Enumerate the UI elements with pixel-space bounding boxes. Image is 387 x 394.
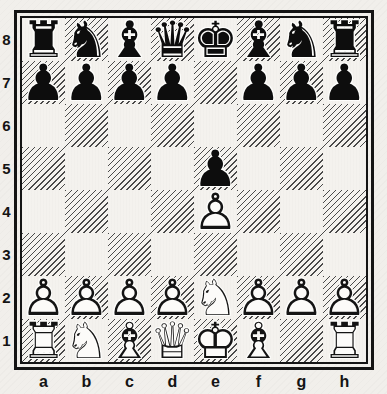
chess-board: ♜♞♝♛♚♝♞♜♟♟♟♟♟♟♟♟♟♙♟♙♟♙♟♙♟♙♞♘♟♙♟♙♟♙♜♖♞♘♝♗… bbox=[20, 16, 368, 364]
square-h1: ♜♖ bbox=[323, 319, 366, 362]
file-label-e: e bbox=[194, 371, 237, 393]
square-c4 bbox=[108, 190, 151, 233]
square-e8: ♚ bbox=[194, 18, 237, 61]
white-rook: ♜♖ bbox=[22, 319, 65, 362]
white-queen: ♛♕ bbox=[151, 319, 194, 362]
board-frame: ♜♞♝♛♚♝♞♜♟♟♟♟♟♟♟♟♟♙♟♙♟♙♟♙♟♙♞♘♟♙♟♙♟♙♜♖♞♘♝♗… bbox=[14, 10, 374, 370]
square-g6 bbox=[280, 104, 323, 147]
square-b5 bbox=[65, 147, 108, 190]
piece-outline-layer: ♗ bbox=[108, 319, 151, 362]
white-pawn: ♟♙ bbox=[280, 276, 323, 319]
square-h6 bbox=[323, 104, 366, 147]
square-a5 bbox=[22, 147, 65, 190]
piece-outline-layer: ♕ bbox=[151, 319, 194, 362]
square-e7 bbox=[194, 61, 237, 104]
rank-label-8: 8 bbox=[0, 18, 13, 61]
piece-glyph: ♟ bbox=[151, 61, 194, 104]
square-a7: ♟ bbox=[22, 61, 65, 104]
black-king: ♚ bbox=[194, 18, 237, 61]
square-d4 bbox=[151, 190, 194, 233]
rank-labels: 87654321 bbox=[0, 18, 13, 362]
file-label-a: a bbox=[22, 371, 65, 393]
square-f7: ♟ bbox=[237, 61, 280, 104]
piece-glyph: ♟ bbox=[280, 61, 323, 104]
file-label-f: f bbox=[237, 371, 280, 393]
file-label-d: d bbox=[151, 371, 194, 393]
piece-outline-layer: ♘ bbox=[65, 319, 108, 362]
black-pawn: ♟ bbox=[280, 61, 323, 104]
square-c5 bbox=[108, 147, 151, 190]
square-c7: ♟ bbox=[108, 61, 151, 104]
piece-outline-layer: ♙ bbox=[280, 276, 323, 319]
file-label-c: c bbox=[108, 371, 151, 393]
square-h7: ♟ bbox=[323, 61, 366, 104]
piece-glyph: ♟ bbox=[108, 61, 151, 104]
square-g7: ♟ bbox=[280, 61, 323, 104]
square-b7: ♟ bbox=[65, 61, 108, 104]
square-b4 bbox=[65, 190, 108, 233]
square-g5 bbox=[280, 147, 323, 190]
piece-glyph: ♚ bbox=[194, 18, 237, 61]
piece-outline-layer: ♗ bbox=[237, 319, 280, 362]
piece-glyph: ♟ bbox=[323, 61, 366, 104]
black-pawn: ♟ bbox=[323, 61, 366, 104]
piece-outline-layer: ♖ bbox=[323, 319, 366, 362]
black-pawn: ♟ bbox=[151, 61, 194, 104]
file-label-b: b bbox=[65, 371, 108, 393]
square-f4 bbox=[237, 190, 280, 233]
square-b6 bbox=[65, 104, 108, 147]
square-h4 bbox=[323, 190, 366, 233]
white-king: ♚♔ bbox=[194, 319, 237, 362]
square-f6 bbox=[237, 104, 280, 147]
square-a6 bbox=[22, 104, 65, 147]
black-pawn: ♟ bbox=[237, 61, 280, 104]
black-pawn: ♟ bbox=[65, 61, 108, 104]
square-a1: ♜♖ bbox=[22, 319, 65, 362]
white-pawn: ♟♙ bbox=[194, 190, 237, 233]
square-g1 bbox=[280, 319, 323, 362]
square-c1: ♝♗ bbox=[108, 319, 151, 362]
square-f5 bbox=[237, 147, 280, 190]
rank-label-3: 3 bbox=[0, 233, 13, 276]
square-d5 bbox=[151, 147, 194, 190]
file-labels: abcdefgh bbox=[22, 371, 366, 393]
square-c6 bbox=[108, 104, 151, 147]
rank-label-7: 7 bbox=[0, 61, 13, 104]
chess-diagram: 87654321 ♜♞♝♛♚♝♞♜♟♟♟♟♟♟♟♟♟♙♟♙♟♙♟♙♟♙♞♘♟♙♟… bbox=[0, 0, 387, 394]
rank-label-5: 5 bbox=[0, 147, 13, 190]
rank-label-2: 2 bbox=[0, 276, 13, 319]
white-bishop: ♝♗ bbox=[237, 319, 280, 362]
square-d7: ♟ bbox=[151, 61, 194, 104]
black-pawn: ♟ bbox=[108, 61, 151, 104]
rank-label-6: 6 bbox=[0, 104, 13, 147]
white-rook: ♜♖ bbox=[323, 319, 366, 362]
file-label-h: h bbox=[323, 371, 366, 393]
piece-glyph: ♟ bbox=[237, 61, 280, 104]
square-h5 bbox=[323, 147, 366, 190]
square-f1: ♝♗ bbox=[237, 319, 280, 362]
rank-label-4: 4 bbox=[0, 190, 13, 233]
piece-glyph: ♟ bbox=[65, 61, 108, 104]
black-pawn: ♟ bbox=[22, 61, 65, 104]
piece-outline-layer: ♙ bbox=[194, 190, 237, 233]
square-d1: ♛♕ bbox=[151, 319, 194, 362]
white-knight: ♞♘ bbox=[65, 319, 108, 362]
white-bishop: ♝♗ bbox=[108, 319, 151, 362]
square-a4 bbox=[22, 190, 65, 233]
square-b1: ♞♘ bbox=[65, 319, 108, 362]
square-g4 bbox=[280, 190, 323, 233]
rank-label-1: 1 bbox=[0, 319, 13, 362]
square-e4: ♟♙ bbox=[194, 190, 237, 233]
piece-glyph: ♟ bbox=[22, 61, 65, 104]
square-g2: ♟♙ bbox=[280, 276, 323, 319]
file-label-g: g bbox=[280, 371, 323, 393]
piece-outline-layer: ♖ bbox=[22, 319, 65, 362]
square-d6 bbox=[151, 104, 194, 147]
piece-outline-layer: ♔ bbox=[194, 319, 237, 362]
square-e1: ♚♔ bbox=[194, 319, 237, 362]
